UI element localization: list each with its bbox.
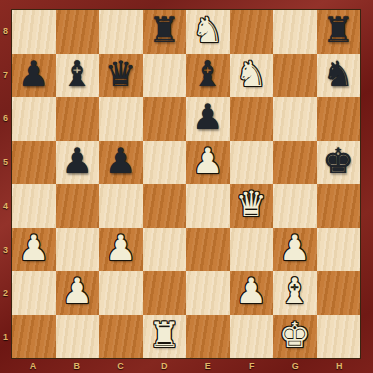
square-d2[interactable]: [143, 271, 187, 315]
square-c8[interactable]: [99, 10, 143, 54]
white-pawn-piece[interactable]: ♟: [192, 144, 223, 179]
square-f2[interactable]: ♟: [230, 271, 274, 315]
square-a8[interactable]: [12, 10, 56, 54]
white-pawn-piece[interactable]: ♟: [62, 274, 93, 309]
rank-label-6: 6: [0, 97, 11, 141]
square-h6[interactable]: [317, 97, 361, 141]
square-b8[interactable]: [56, 10, 100, 54]
square-d4[interactable]: [143, 184, 187, 228]
square-c6[interactable]: [99, 97, 143, 141]
rank-label-3: 3: [0, 228, 11, 272]
square-h1[interactable]: [317, 315, 361, 359]
square-f7[interactable]: ♞: [230, 54, 274, 98]
chess-board: ♜♞♜♟♝♛♝♞♞♟♟♟♟♚♛♟♟♟♟♟♝♜♚: [11, 9, 361, 359]
white-rook-piece[interactable]: ♜: [149, 318, 180, 353]
square-d7[interactable]: [143, 54, 187, 98]
square-c2[interactable]: [99, 271, 143, 315]
square-g6[interactable]: [273, 97, 317, 141]
square-c1[interactable]: [99, 315, 143, 359]
square-a6[interactable]: [12, 97, 56, 141]
square-h7[interactable]: ♞: [317, 54, 361, 98]
square-f4[interactable]: ♛: [230, 184, 274, 228]
square-e1[interactable]: [186, 315, 230, 359]
square-b2[interactable]: ♟: [56, 271, 100, 315]
black-pawn-piece[interactable]: ♟: [105, 144, 136, 179]
square-d1[interactable]: ♜: [143, 315, 187, 359]
square-g3[interactable]: ♟: [273, 228, 317, 272]
file-label-a: A: [11, 359, 55, 373]
square-h5[interactable]: ♚: [317, 141, 361, 185]
square-d8[interactable]: ♜: [143, 10, 187, 54]
square-h8[interactable]: ♜: [317, 10, 361, 54]
square-a4[interactable]: [12, 184, 56, 228]
square-h3[interactable]: [317, 228, 361, 272]
square-a5[interactable]: [12, 141, 56, 185]
white-pawn-piece[interactable]: ♟: [279, 231, 310, 266]
file-label-h: H: [317, 359, 361, 373]
square-e2[interactable]: [186, 271, 230, 315]
file-labels: ABCDEFGH: [11, 359, 361, 373]
square-e5[interactable]: ♟: [186, 141, 230, 185]
square-f6[interactable]: [230, 97, 274, 141]
square-a1[interactable]: [12, 315, 56, 359]
square-b7[interactable]: ♝: [56, 54, 100, 98]
square-f8[interactable]: [230, 10, 274, 54]
square-b3[interactable]: [56, 228, 100, 272]
square-a7[interactable]: ♟: [12, 54, 56, 98]
square-e3[interactable]: [186, 228, 230, 272]
square-e7[interactable]: ♝: [186, 54, 230, 98]
square-c5[interactable]: ♟: [99, 141, 143, 185]
white-queen-piece[interactable]: ♛: [236, 187, 267, 222]
square-b5[interactable]: ♟: [56, 141, 100, 185]
square-e4[interactable]: [186, 184, 230, 228]
file-label-c: C: [99, 359, 143, 373]
black-bishop-piece[interactable]: ♝: [192, 57, 223, 92]
square-f1[interactable]: [230, 315, 274, 359]
square-g8[interactable]: [273, 10, 317, 54]
file-label-d: D: [142, 359, 186, 373]
square-c3[interactable]: ♟: [99, 228, 143, 272]
rank-labels: 87654321: [0, 9, 11, 359]
white-pawn-piece[interactable]: ♟: [105, 231, 136, 266]
square-h4[interactable]: [317, 184, 361, 228]
square-h2[interactable]: [317, 271, 361, 315]
square-g7[interactable]: [273, 54, 317, 98]
square-b4[interactable]: [56, 184, 100, 228]
file-label-g: G: [274, 359, 318, 373]
white-knight-piece[interactable]: ♞: [236, 57, 267, 92]
square-f3[interactable]: [230, 228, 274, 272]
square-f5[interactable]: [230, 141, 274, 185]
square-g5[interactable]: [273, 141, 317, 185]
black-pawn-piece[interactable]: ♟: [62, 144, 93, 179]
rank-label-2: 2: [0, 272, 11, 316]
square-g4[interactable]: [273, 184, 317, 228]
black-rook-piece[interactable]: ♜: [149, 13, 180, 48]
black-king-piece[interactable]: ♚: [323, 144, 354, 179]
square-e8[interactable]: ♞: [186, 10, 230, 54]
square-a3[interactable]: ♟: [12, 228, 56, 272]
black-rook-piece[interactable]: ♜: [323, 13, 354, 48]
square-d5[interactable]: [143, 141, 187, 185]
black-pawn-piece[interactable]: ♟: [192, 100, 223, 135]
rank-label-4: 4: [0, 184, 11, 228]
white-bishop-piece[interactable]: ♝: [279, 274, 310, 309]
white-king-piece[interactable]: ♚: [279, 318, 310, 353]
file-label-b: B: [55, 359, 99, 373]
rank-label-1: 1: [0, 315, 11, 359]
square-b1[interactable]: [56, 315, 100, 359]
square-b6[interactable]: [56, 97, 100, 141]
square-g2[interactable]: ♝: [273, 271, 317, 315]
white-pawn-piece[interactable]: ♟: [18, 231, 49, 266]
square-d3[interactable]: [143, 228, 187, 272]
file-label-f: F: [230, 359, 274, 373]
black-knight-piece[interactable]: ♞: [323, 57, 354, 92]
square-d6[interactable]: [143, 97, 187, 141]
black-queen-piece[interactable]: ♛: [105, 57, 136, 92]
rank-label-5: 5: [0, 140, 11, 184]
square-c7[interactable]: ♛: [99, 54, 143, 98]
rank-label-8: 8: [0, 9, 11, 53]
square-a2[interactable]: [12, 271, 56, 315]
white-knight-piece[interactable]: ♞: [192, 13, 223, 48]
square-g1[interactable]: ♚: [273, 315, 317, 359]
square-e6[interactable]: ♟: [186, 97, 230, 141]
square-c4[interactable]: [99, 184, 143, 228]
file-label-e: E: [186, 359, 230, 373]
black-pawn-piece[interactable]: ♟: [18, 57, 49, 92]
chess-board-frame: 87654321 ♜♞♜♟♝♛♝♞♞♟♟♟♟♚♛♟♟♟♟♟♝♜♚ ABCDEFG…: [0, 0, 373, 373]
white-pawn-piece[interactable]: ♟: [236, 274, 267, 309]
black-bishop-piece[interactable]: ♝: [62, 57, 93, 92]
rank-label-7: 7: [0, 53, 11, 97]
